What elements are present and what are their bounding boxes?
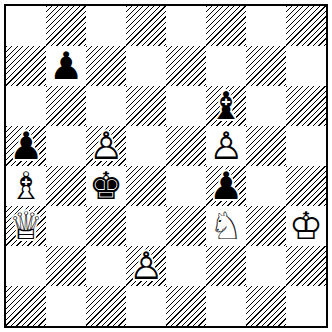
white-bishop: ♝♗ xyxy=(6,166,46,206)
black-piece-glyph: ♟ xyxy=(49,47,83,85)
white-piece-outline: ♘ xyxy=(209,207,243,245)
square-e7[interactable] xyxy=(166,46,206,86)
square-h3[interactable]: ♚♔ xyxy=(286,206,326,246)
square-b2[interactable] xyxy=(46,246,86,286)
white-pawn: ♟♙ xyxy=(206,126,246,166)
square-f6[interactable]: ♝ xyxy=(206,86,246,126)
square-e6[interactable] xyxy=(166,86,206,126)
square-a1[interactable] xyxy=(6,286,46,326)
white-piece-outline: ♕ xyxy=(9,207,43,245)
square-g2[interactable] xyxy=(246,246,286,286)
square-g4[interactable] xyxy=(246,166,286,206)
square-h2[interactable] xyxy=(286,246,326,286)
square-h4[interactable] xyxy=(286,166,326,206)
black-piece-glyph: ♝ xyxy=(209,87,243,125)
white-pawn: ♟♙ xyxy=(86,126,126,166)
white-king: ♚♔ xyxy=(286,206,326,246)
square-c5[interactable]: ♟♙ xyxy=(86,126,126,166)
white-piece-outline: ♔ xyxy=(289,207,323,245)
square-c8[interactable] xyxy=(86,6,126,46)
white-piece-outline: ♙ xyxy=(129,247,163,285)
square-h1[interactable] xyxy=(286,286,326,326)
square-b5[interactable] xyxy=(46,126,86,166)
black-piece-glyph: ♚ xyxy=(89,167,123,205)
square-d8[interactable] xyxy=(126,6,166,46)
square-h5[interactable] xyxy=(286,126,326,166)
square-f2[interactable] xyxy=(206,246,246,286)
square-h8[interactable] xyxy=(286,6,326,46)
black-pawn: ♟ xyxy=(206,166,246,206)
square-h6[interactable] xyxy=(286,86,326,126)
square-d3[interactable] xyxy=(126,206,166,246)
square-d1[interactable] xyxy=(126,286,166,326)
chessboard-frame: ♟♝♟♟♙♟♙♝♗♚♟♛♕♞♘♚♔♟♙ xyxy=(0,0,332,332)
white-piece-outline: ♗ xyxy=(9,167,43,205)
square-g6[interactable] xyxy=(246,86,286,126)
white-knight: ♞♘ xyxy=(206,206,246,246)
black-piece-glyph: ♟ xyxy=(209,167,243,205)
white-pawn: ♟♙ xyxy=(126,246,166,286)
square-e5[interactable] xyxy=(166,126,206,166)
square-g7[interactable] xyxy=(246,46,286,86)
square-f1[interactable] xyxy=(206,286,246,326)
square-e8[interactable] xyxy=(166,6,206,46)
square-c6[interactable] xyxy=(86,86,126,126)
square-g5[interactable] xyxy=(246,126,286,166)
square-d2[interactable]: ♟♙ xyxy=(126,246,166,286)
chessboard: ♟♝♟♟♙♟♙♝♗♚♟♛♕♞♘♚♔♟♙ xyxy=(4,4,328,328)
square-g1[interactable] xyxy=(246,286,286,326)
white-piece-outline: ♙ xyxy=(89,127,123,165)
square-b6[interactable] xyxy=(46,86,86,126)
square-d7[interactable] xyxy=(126,46,166,86)
square-a6[interactable] xyxy=(6,86,46,126)
black-pawn: ♟ xyxy=(46,46,86,86)
square-h7[interactable] xyxy=(286,46,326,86)
square-c7[interactable] xyxy=(86,46,126,86)
white-piece-outline: ♙ xyxy=(209,127,243,165)
square-b8[interactable] xyxy=(46,6,86,46)
square-d5[interactable] xyxy=(126,126,166,166)
square-f7[interactable] xyxy=(206,46,246,86)
square-a8[interactable] xyxy=(6,6,46,46)
white-queen: ♛♕ xyxy=(6,206,46,246)
square-d6[interactable] xyxy=(126,86,166,126)
square-b3[interactable] xyxy=(46,206,86,246)
square-b4[interactable] xyxy=(46,166,86,206)
square-e3[interactable] xyxy=(166,206,206,246)
black-king: ♚ xyxy=(86,166,126,206)
square-g8[interactable] xyxy=(246,6,286,46)
square-c4[interactable]: ♚ xyxy=(86,166,126,206)
square-a5[interactable]: ♟ xyxy=(6,126,46,166)
square-f3[interactable]: ♞♘ xyxy=(206,206,246,246)
square-b7[interactable]: ♟ xyxy=(46,46,86,86)
black-pawn: ♟ xyxy=(6,126,46,166)
square-e2[interactable] xyxy=(166,246,206,286)
square-e4[interactable] xyxy=(166,166,206,206)
black-bishop: ♝ xyxy=(206,86,246,126)
square-c2[interactable] xyxy=(86,246,126,286)
square-c3[interactable] xyxy=(86,206,126,246)
black-piece-glyph: ♟ xyxy=(9,127,43,165)
square-e1[interactable] xyxy=(166,286,206,326)
square-b1[interactable] xyxy=(46,286,86,326)
square-g3[interactable] xyxy=(246,206,286,246)
square-f5[interactable]: ♟♙ xyxy=(206,126,246,166)
square-a7[interactable] xyxy=(6,46,46,86)
square-a4[interactable]: ♝♗ xyxy=(6,166,46,206)
square-f4[interactable]: ♟ xyxy=(206,166,246,206)
square-f8[interactable] xyxy=(206,6,246,46)
square-d4[interactable] xyxy=(126,166,166,206)
square-a3[interactable]: ♛♕ xyxy=(6,206,46,246)
square-a2[interactable] xyxy=(6,246,46,286)
square-c1[interactable] xyxy=(86,286,126,326)
